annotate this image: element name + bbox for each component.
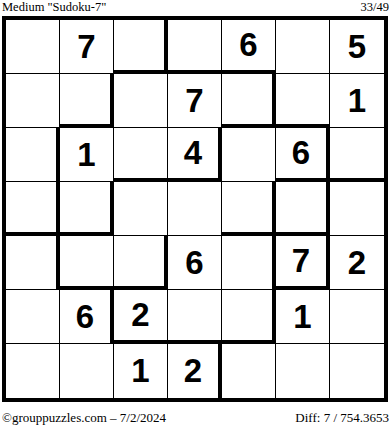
cell-r1c3 bbox=[114, 20, 168, 74]
cell-r6c5 bbox=[222, 290, 276, 344]
copyright-date: ©grouppuzzles.com – 7/2/2024 bbox=[2, 410, 166, 425]
cell-r3c1 bbox=[6, 128, 60, 182]
cell-r3c2: 1 bbox=[60, 128, 114, 182]
cell-r3c6: 6 bbox=[276, 128, 330, 182]
cell-r6c6: 1 bbox=[276, 290, 330, 344]
cell-r3c4: 4 bbox=[168, 128, 222, 182]
cell-r5c4: 6 bbox=[168, 236, 222, 290]
header: Medium "Sudoku-7" 33/49 bbox=[2, 0, 389, 14]
cell-r5c7: 2 bbox=[330, 236, 384, 290]
cell-r7c3: 1 bbox=[114, 344, 168, 398]
cell-r2c6 bbox=[276, 74, 330, 128]
cell-r1c7: 5 bbox=[330, 20, 384, 74]
cell-r1c6 bbox=[276, 20, 330, 74]
cell-r6c1 bbox=[6, 290, 60, 344]
cell-r2c7: 1 bbox=[330, 74, 384, 128]
cell-r5c1 bbox=[6, 236, 60, 290]
cell-r4c1 bbox=[6, 182, 60, 236]
puzzle-page: Medium "Sudoku-7" 33/49 7657114667262112… bbox=[0, 0, 391, 426]
cell-r1c4 bbox=[168, 20, 222, 74]
cell-r7c7 bbox=[330, 344, 384, 398]
cell-r3c3 bbox=[114, 128, 168, 182]
cell-r4c6 bbox=[276, 182, 330, 236]
cell-r4c5 bbox=[222, 182, 276, 236]
cell-r4c2 bbox=[60, 182, 114, 236]
cell-r2c1 bbox=[6, 74, 60, 128]
cell-r5c2 bbox=[60, 236, 114, 290]
sudoku-board: 7657114667262112 bbox=[2, 16, 388, 402]
cell-r7c5 bbox=[222, 344, 276, 398]
cell-r7c1 bbox=[6, 344, 60, 398]
footer: ©grouppuzzles.com – 7/2/2024 Diff: 7 / 7… bbox=[2, 409, 389, 425]
cell-r4c7 bbox=[330, 182, 384, 236]
cell-r2c5 bbox=[222, 74, 276, 128]
cell-r7c6 bbox=[276, 344, 330, 398]
cell-r7c4: 2 bbox=[168, 344, 222, 398]
puzzle-title: Medium "Sudoku-7" bbox=[2, 0, 106, 14]
cell-r5c3 bbox=[114, 236, 168, 290]
cell-r5c6: 7 bbox=[276, 236, 330, 290]
cell-r7c2 bbox=[60, 344, 114, 398]
cell-r2c3 bbox=[114, 74, 168, 128]
cell-r4c3 bbox=[114, 182, 168, 236]
cell-r3c7 bbox=[330, 128, 384, 182]
cell-r4c4 bbox=[168, 182, 222, 236]
puzzle-counter: 33/49 bbox=[361, 0, 389, 14]
cell-r2c4: 7 bbox=[168, 74, 222, 128]
cell-r1c1 bbox=[6, 20, 60, 74]
cell-r6c2: 6 bbox=[60, 290, 114, 344]
cell-r6c7 bbox=[330, 290, 384, 344]
cell-r6c3: 2 bbox=[114, 290, 168, 344]
cell-r6c4 bbox=[168, 290, 222, 344]
cell-r3c5 bbox=[222, 128, 276, 182]
difficulty: Diff: 7 / 754.3653 bbox=[295, 410, 389, 425]
cell-r2c2 bbox=[60, 74, 114, 128]
cell-r5c5 bbox=[222, 236, 276, 290]
cell-r1c5: 6 bbox=[222, 20, 276, 74]
cell-r1c2: 7 bbox=[60, 20, 114, 74]
